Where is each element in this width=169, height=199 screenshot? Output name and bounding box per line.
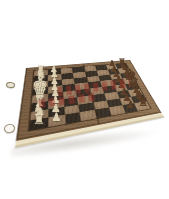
- chess-set-product-photo: ♜♞♝♚♛♝♞♜♟♟♟♟♟♟♟♟♟♟♟♟♟♟♟♟♜♞♝♚♛♝♞♜: [0, 0, 169, 199]
- latch-hook-icon: [6, 81, 16, 88]
- square-a3: [64, 112, 81, 124]
- square-a1: [30, 118, 48, 131]
- square-a2: [48, 115, 65, 127]
- square-a8: [134, 101, 150, 110]
- clasp-ring-icon: [3, 123, 16, 134]
